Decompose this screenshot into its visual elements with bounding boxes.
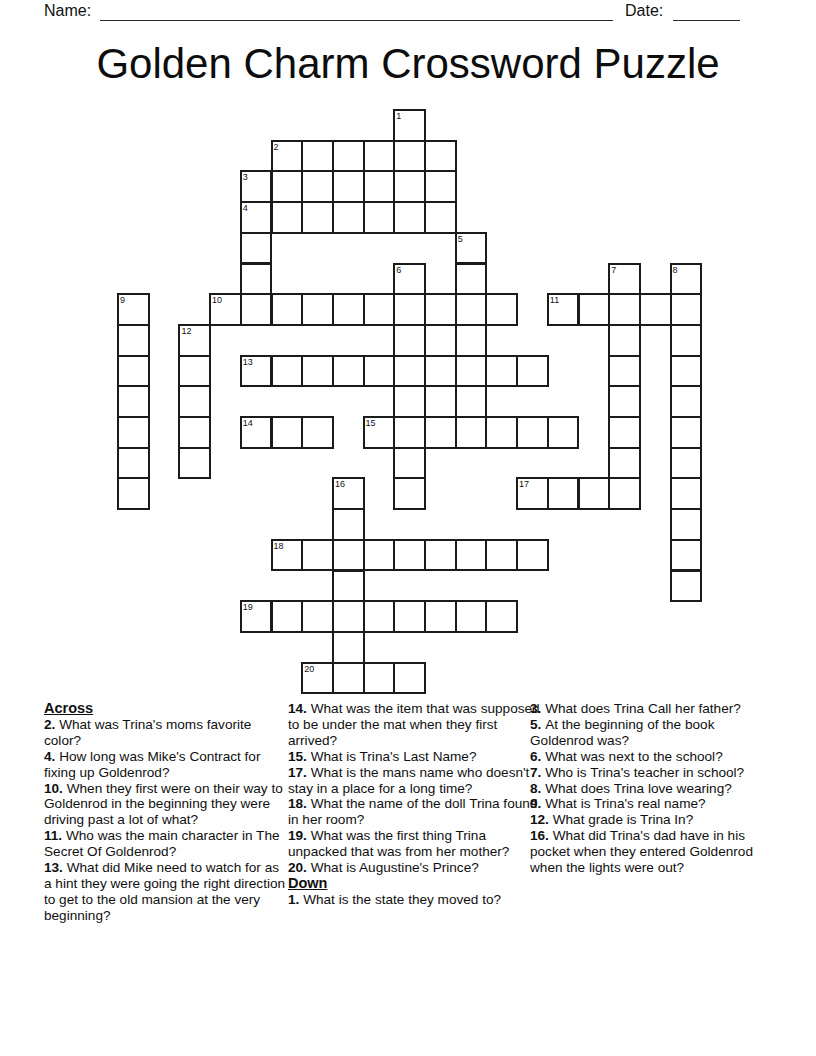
grid-cell[interactable]: 15 <box>363 416 396 449</box>
clue-text: What does Trina love wearing? <box>545 781 732 796</box>
grid-cell[interactable] <box>301 201 334 234</box>
clue-text: How long was Mike's Contract for fixing … <box>44 749 260 780</box>
grid-cell[interactable] <box>363 170 396 203</box>
grid-cell[interactable]: 17 <box>516 477 549 510</box>
clue-text: At the beginning of the book Goldenrod w… <box>530 717 714 748</box>
grid-cell[interactable] <box>547 416 580 449</box>
clue-text: What is the state they moved to? <box>303 892 501 907</box>
clue-number-label: 15 <box>366 418 376 428</box>
grid-cell[interactable] <box>393 600 426 633</box>
clue-number-label: 11 <box>550 295 559 305</box>
grid-cell[interactable] <box>271 355 304 388</box>
clue-number-label: 17 <box>519 479 529 489</box>
grid-cell[interactable] <box>271 416 304 449</box>
clues-column-left: Across2. What was Trina's moms favorite … <box>44 701 289 924</box>
grid-cell[interactable] <box>393 140 426 173</box>
grid-cell[interactable] <box>670 416 703 449</box>
grid-cell[interactable] <box>516 539 549 572</box>
grid-cell[interactable] <box>393 447 426 480</box>
grid-cell[interactable] <box>271 201 304 234</box>
grid-cell[interactable]: 10 <box>209 293 242 326</box>
across-header: Across <box>44 701 289 717</box>
grid-cell[interactable]: 1 <box>393 109 426 142</box>
grid-cell[interactable] <box>301 140 334 173</box>
grid-cell[interactable] <box>332 293 365 326</box>
grid-cell[interactable]: 12 <box>178 324 211 357</box>
clue-text: What is Trina's Last Name? <box>311 749 477 764</box>
grid-cell[interactable] <box>485 355 518 388</box>
grid-cell[interactable] <box>393 170 426 203</box>
grid-cell[interactable] <box>578 477 611 510</box>
grid-cell[interactable] <box>547 477 580 510</box>
clue-item-across-20: 20. What is Augustine's Prince? <box>288 860 540 876</box>
grid-cell[interactable]: 6 <box>393 263 426 296</box>
grid-cell[interactable] <box>332 170 365 203</box>
grid-cell[interactable] <box>332 570 365 603</box>
grid-cell[interactable] <box>332 600 365 633</box>
clue-item-across-19: 19. What was the first thing Trina unpac… <box>288 828 540 860</box>
crossword-board: 1234567891011121314151617181920 <box>0 0 816 700</box>
clue-number-label: 5 <box>458 234 463 244</box>
grid-cell[interactable] <box>485 293 518 326</box>
grid-cell[interactable] <box>393 355 426 388</box>
clue-number-label: 12 <box>181 326 191 336</box>
grid-cell[interactable] <box>608 477 641 510</box>
clue-number-label: 9 <box>120 295 125 305</box>
grid-cell[interactable] <box>424 140 457 173</box>
grid-cell[interactable] <box>670 570 703 603</box>
grid-cell[interactable] <box>424 293 457 326</box>
clue-text: What was Trina's moms favorite color? <box>44 717 251 748</box>
grid-cell[interactable]: 8 <box>670 263 703 296</box>
grid-cell[interactable] <box>117 385 150 418</box>
clue-number: 7. <box>530 765 545 780</box>
clue-number: 3. <box>530 701 545 716</box>
grid-cell[interactable]: 2 <box>271 140 304 173</box>
grid-cell[interactable] <box>363 662 396 695</box>
clue-number-label: 2 <box>274 142 279 152</box>
clue-item-across-14: 14. What was the item that was supposed … <box>288 701 540 749</box>
grid-cell[interactable] <box>240 293 273 326</box>
clue-item-down-9: 9. What is Trina's real name? <box>530 796 770 812</box>
grid-cell[interactable] <box>670 385 703 418</box>
clue-number-label: 13 <box>243 357 253 367</box>
grid-cell[interactable] <box>455 293 488 326</box>
grid-cell[interactable]: 14 <box>240 416 273 449</box>
grid-cell[interactable] <box>608 293 641 326</box>
clue-text: Who was the main character in The Secret… <box>44 828 280 859</box>
grid-cell[interactable] <box>240 263 273 296</box>
grid-cell[interactable] <box>393 324 426 357</box>
grid-cell[interactable] <box>301 170 334 203</box>
grid-cell[interactable] <box>670 293 703 326</box>
grid-cell[interactable] <box>608 385 641 418</box>
grid-cell[interactable] <box>393 477 426 510</box>
clue-number: 17. <box>288 765 311 780</box>
grid-cell[interactable] <box>301 293 334 326</box>
clue-item-across-11: 11. Who was the main character in The Se… <box>44 828 289 860</box>
clue-text: What is Trina's real name? <box>545 796 706 811</box>
clue-number: 1. <box>288 892 303 907</box>
grid-cell[interactable]: 9 <box>117 293 150 326</box>
grid-cell[interactable]: 13 <box>240 355 273 388</box>
clue-number: 18. <box>288 796 311 811</box>
grid-cell[interactable] <box>301 355 334 388</box>
grid-cell[interactable] <box>178 385 211 418</box>
grid-cell[interactable] <box>639 293 672 326</box>
grid-cell[interactable] <box>178 447 211 480</box>
grid-cell[interactable] <box>363 600 396 633</box>
clue-item-across-10: 10. When they first were on their way to… <box>44 781 289 829</box>
grid-cell[interactable] <box>485 416 518 449</box>
grid-cell[interactable] <box>485 539 518 572</box>
clue-number: 9. <box>530 796 545 811</box>
grid-cell[interactable] <box>393 539 426 572</box>
clue-number: 4. <box>44 749 59 764</box>
clue-item-across-15: 15. What is Trina's Last Name? <box>288 749 540 765</box>
clue-number-label: 3 <box>243 172 248 182</box>
clue-number-label: 7 <box>611 265 616 275</box>
grid-cell[interactable] <box>332 631 365 664</box>
clue-item-across-18: 18. What the name of the doll Trina foun… <box>288 796 540 828</box>
grid-cell[interactable] <box>670 477 703 510</box>
grid-cell[interactable] <box>670 447 703 480</box>
grid-cell[interactable] <box>178 416 211 449</box>
grid-cell[interactable] <box>117 416 150 449</box>
grid-cell[interactable] <box>271 293 304 326</box>
clue-number-label: 4 <box>243 203 248 213</box>
clue-number-label: 6 <box>396 265 401 275</box>
clue-item-down-8: 8. What does Trina love wearing? <box>530 781 770 797</box>
grid-cell[interactable] <box>455 600 488 633</box>
clue-item-across-4: 4. How long was Mike's Contract for fixi… <box>44 749 289 781</box>
grid-cell[interactable] <box>516 355 549 388</box>
grid-cell[interactable] <box>301 539 334 572</box>
grid-cell[interactable] <box>271 600 304 633</box>
grid-cell[interactable] <box>670 355 703 388</box>
clue-item-down-3: 3. What does Trina Call her father? <box>530 701 770 717</box>
grid-cell[interactable]: 18 <box>271 539 304 572</box>
clue-text: What did Trina's dad have in his pocket … <box>530 828 753 875</box>
clue-number: 8. <box>530 781 545 796</box>
grid-cell[interactable] <box>424 201 457 234</box>
grid-cell[interactable] <box>608 324 641 357</box>
clue-text: What is the mans name who doesn't stay i… <box>288 765 529 796</box>
clue-text: What is Augustine's Prince? <box>311 860 479 875</box>
grid-cell[interactable] <box>332 508 365 541</box>
grid-cell[interactable]: 20 <box>301 662 334 695</box>
grid-cell[interactable] <box>578 293 611 326</box>
grid-cell[interactable] <box>393 416 426 449</box>
grid-cell[interactable] <box>271 170 304 203</box>
grid-cell[interactable] <box>332 201 365 234</box>
clue-item-down-12: 12. What grade is Trina In? <box>530 812 770 828</box>
grid-cell[interactable] <box>117 355 150 388</box>
clue-number: 10. <box>44 781 67 796</box>
clue-number-label: 20 <box>304 664 314 674</box>
grid-cell[interactable] <box>117 477 150 510</box>
clue-number: 6. <box>530 749 545 764</box>
clue-text: What did Mike need to watch for as a hin… <box>44 860 285 923</box>
clue-item-across-17: 17. What is the mans name who doesn't st… <box>288 765 540 797</box>
grid-cell[interactable]: 5 <box>455 232 488 265</box>
clue-text: What was the item that was supposed to b… <box>288 701 540 748</box>
clue-item-across-13: 13. What did Mike need to watch for as a… <box>44 860 289 924</box>
grid-cell[interactable] <box>455 355 488 388</box>
grid-cell[interactable] <box>240 232 273 265</box>
grid-cell[interactable] <box>393 662 426 695</box>
clue-item-down-5: 5. At the beginning of the book Goldenro… <box>530 717 770 749</box>
clue-item-down-16: 16. What did Trina's dad have in his poc… <box>530 828 770 876</box>
grid-cell[interactable] <box>485 600 518 633</box>
clue-text: What does Trina Call her father? <box>545 701 741 716</box>
grid-cell[interactable] <box>363 140 396 173</box>
clue-number-label: 16 <box>335 479 345 489</box>
clue-number: 5. <box>530 717 545 732</box>
down-header: Down <box>288 876 540 892</box>
grid-cell[interactable]: 19 <box>240 600 273 633</box>
grid-cell[interactable] <box>608 355 641 388</box>
grid-cell[interactable] <box>117 324 150 357</box>
clue-text: What the name of the doll Trina found in… <box>288 796 537 827</box>
grid-cell[interactable] <box>332 140 365 173</box>
clue-number: 15. <box>288 749 311 764</box>
grid-cell[interactable] <box>363 355 396 388</box>
clue-number: 13. <box>44 860 67 875</box>
grid-cell[interactable] <box>363 293 396 326</box>
clue-number-label: 10 <box>212 295 222 305</box>
grid-cell[interactable] <box>178 355 211 388</box>
clue-number: 14. <box>288 701 311 716</box>
grid-cell[interactable] <box>301 416 334 449</box>
grid-cell[interactable]: 11 <box>547 293 580 326</box>
clue-text: What grade is Trina In? <box>553 812 694 827</box>
grid-cell[interactable] <box>393 385 426 418</box>
clue-number: 2. <box>44 717 59 732</box>
grid-cell[interactable] <box>455 324 488 357</box>
clue-number: 20. <box>288 860 311 875</box>
clue-text: What was the first thing Trina unpacked … <box>288 828 509 859</box>
clue-number: 12. <box>530 812 553 827</box>
grid-cell[interactable]: 3 <box>240 170 273 203</box>
grid-cell[interactable] <box>424 600 457 633</box>
grid-cell[interactable] <box>424 170 457 203</box>
grid-cell[interactable] <box>117 447 150 480</box>
grid-cell[interactable] <box>332 662 365 695</box>
grid-cell[interactable] <box>455 263 488 296</box>
clue-text: What was next to the school? <box>545 749 723 764</box>
grid-cell[interactable] <box>670 508 703 541</box>
grid-cell[interactable] <box>363 201 396 234</box>
clue-number: 19. <box>288 828 311 843</box>
clue-number: 16. <box>530 828 553 843</box>
grid-cell[interactable] <box>301 600 334 633</box>
clue-item-down-7: 7. Who is Trina's teacher in school? <box>530 765 770 781</box>
grid-cell[interactable] <box>424 539 457 572</box>
grid-cell[interactable] <box>332 539 365 572</box>
clue-number-label: 8 <box>673 265 678 275</box>
clue-item-across-2: 2. What was Trina's moms favorite color? <box>44 717 289 749</box>
grid-cell[interactable] <box>455 385 488 418</box>
grid-cell[interactable] <box>670 539 703 572</box>
grid-cell[interactable]: 4 <box>240 201 273 234</box>
clue-number-label: 18 <box>274 541 284 551</box>
crossword-worksheet-page: { "game": "crossword", "header": { "name… <box>0 0 816 1056</box>
grid-cell[interactable] <box>455 416 488 449</box>
grid-cell[interactable] <box>424 355 457 388</box>
grid-cell[interactable] <box>393 293 426 326</box>
grid-cell[interactable] <box>332 355 365 388</box>
grid-cell[interactable] <box>393 201 426 234</box>
clue-number-label: 19 <box>243 602 253 612</box>
clue-text: Who is Trina's teacher in school? <box>545 765 744 780</box>
clue-number-label: 1 <box>396 111 401 121</box>
grid-cell[interactable]: 16 <box>332 477 365 510</box>
clue-item-down-1: 1. What is the state they moved to? <box>288 892 540 908</box>
clue-number: 11. <box>44 828 66 843</box>
grid-cell[interactable] <box>670 324 703 357</box>
clues-column-right: 3. What does Trina Call her father?5. At… <box>530 701 770 876</box>
grid-cell[interactable] <box>424 416 457 449</box>
grid-cell[interactable] <box>516 416 549 449</box>
clue-number-label: 14 <box>243 418 253 428</box>
grid-cell[interactable]: 7 <box>608 263 641 296</box>
grid-cell[interactable] <box>455 539 488 572</box>
grid-cell[interactable] <box>363 539 396 572</box>
grid-cell[interactable] <box>608 447 641 480</box>
clues-column-middle: 14. What was the item that was supposed … <box>288 701 540 908</box>
grid-cell[interactable] <box>608 416 641 449</box>
clue-text: When they first were on their way to Gol… <box>44 781 283 828</box>
clue-item-down-6: 6. What was next to the school? <box>530 749 770 765</box>
